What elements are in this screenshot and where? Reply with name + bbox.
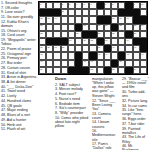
clue-item: 2. SALT subject: [55, 83, 89, 87]
black-cell: [133, 9, 140, 16]
grid-cell[interactable]: [140, 67, 147, 74]
grid-cell[interactable]: [61, 24, 68, 31]
black-cell: [97, 16, 104, 23]
cell-number: 47: [40, 60, 42, 62]
clue-item: 3. Mercer melody: [55, 87, 89, 91]
cell-number: 21: [105, 24, 107, 26]
grid-cell[interactable]: [82, 45, 89, 52]
grid-cell[interactable]: 48: [82, 60, 89, 67]
clue-continuation-text: manipulation: "When I woke up, this pill…: [92, 77, 120, 98]
grid-cell[interactable]: [46, 60, 53, 67]
grid-cell[interactable]: 22: [118, 24, 125, 31]
cell-number: 52: [91, 68, 93, 70]
clue-item: 11. Go over greedily: [1, 15, 37, 19]
clue-item: 30. Turbo add-ons: [122, 90, 149, 98]
grid-cell[interactable]: [89, 45, 96, 52]
grid-cell[interactable]: 13: [46, 16, 53, 23]
grid-cell[interactable]: 27: [97, 31, 104, 38]
cell-number: 32: [91, 39, 93, 41]
cell-number: 44: [105, 53, 107, 55]
grid-cell[interactable]: 33: [104, 38, 111, 45]
cell-number: 7: [105, 3, 106, 5]
clue-item: 31. Kind of shirt: [1, 71, 37, 75]
cell-number: 31: [83, 39, 85, 41]
grid-cell[interactable]: [140, 9, 147, 16]
grid-cell[interactable]: 11: [61, 9, 68, 16]
down-clues-col3: 29. "Boxcar ___" — 1990s novel and film3…: [122, 77, 149, 150]
cell-number: 8: [112, 3, 113, 5]
black-cell: [125, 31, 132, 38]
cell-number: 53: [112, 68, 114, 70]
cell-number: 17: [127, 17, 129, 19]
clue-item: 25. Octagonal sign: [1, 52, 37, 56]
crossword-grid: 1234567891011121314151617181920212223242…: [38, 1, 148, 75]
cell-number: 1: [40, 3, 41, 5]
grid-cell[interactable]: [104, 9, 111, 16]
cell-number: 54: [134, 68, 136, 70]
cell-number: 3: [69, 3, 70, 5]
cell-number: 16: [119, 17, 121, 19]
grid-cell[interactable]: [82, 9, 89, 16]
black-cell: [89, 31, 96, 38]
grid-cell[interactable]: [61, 16, 68, 23]
grid-cell[interactable]: [46, 31, 53, 38]
grid-cell[interactable]: [140, 31, 147, 38]
grid-cell[interactable]: [53, 2, 60, 9]
cell-number: 35: [40, 46, 42, 48]
grid-cell[interactable]: 7: [104, 2, 111, 9]
cell-number: 25: [40, 32, 42, 34]
grid-cell[interactable]: [53, 60, 60, 67]
grid-cell[interactable]: [68, 24, 75, 31]
down-clues-col2: 12. "Since ___ Been Loving You"13. Camer…: [92, 99, 120, 150]
grid-cell[interactable]: [89, 9, 96, 16]
grid-cell[interactable]: [97, 9, 104, 16]
clue-item: 7. Off-color: [1, 6, 37, 10]
black-cell: [140, 45, 147, 52]
grid-cell[interactable]: 8: [111, 2, 118, 9]
grid-cell[interactable]: 53: [111, 67, 118, 74]
grid-cell[interactable]: 10: [140, 2, 147, 9]
clue-item: 14. I-beam cousins: [92, 120, 120, 128]
clue-item: 45. QB goals: [1, 104, 37, 108]
cell-number: 11: [62, 10, 64, 12]
black-cell: [140, 38, 147, 45]
grid-cell[interactable]: 52: [89, 67, 96, 74]
grid-cell[interactable]: 15: [111, 16, 118, 23]
grid-cell[interactable]: 24: [140, 24, 147, 31]
cell-number: 36: [47, 46, 49, 48]
grid-cell[interactable]: [68, 9, 75, 16]
grid-cell[interactable]: [68, 45, 75, 52]
grid-cell[interactable]: 2: [61, 2, 68, 9]
grid-cell[interactable]: [104, 60, 111, 67]
black-cell: [68, 67, 75, 74]
black-cell: [125, 9, 132, 16]
clue-item: 8. "Willy" provider: [55, 111, 89, 115]
black-cell: [133, 16, 140, 23]
grid-cell[interactable]: [46, 52, 53, 59]
cell-number: 28: [112, 32, 114, 34]
grid-cell[interactable]: 25: [39, 31, 46, 38]
grid-cell[interactable]: 26: [75, 31, 82, 38]
grid-cell[interactable]: [111, 9, 118, 16]
cell-number: 18: [40, 24, 42, 26]
cell-number: 26: [76, 32, 78, 34]
cell-number: 20: [98, 24, 100, 26]
grid-cell[interactable]: 30: [68, 38, 75, 45]
clue-item: 36. Eggs order: [122, 117, 149, 121]
grid-cell[interactable]: [125, 45, 132, 52]
clue-item: 19. "Megapolis" writer Tobias: [1, 38, 37, 46]
down-header: Down: [55, 77, 89, 82]
grid-cell[interactable]: [68, 60, 75, 67]
clue-item: 10. Comic who joked about late-night pil…: [55, 116, 89, 128]
grid-cell[interactable]: 23: [133, 24, 140, 31]
grid-cell[interactable]: 14: [53, 16, 60, 23]
grid-cell[interactable]: [75, 16, 82, 23]
clue-item: 13. Camera count: [92, 112, 120, 120]
grid-cell[interactable]: [82, 16, 89, 23]
cell-number: 27: [98, 32, 100, 34]
clue-item: 33. Arrive in Argentina: [1, 75, 37, 79]
grid-cell[interactable]: [125, 24, 132, 31]
grid-cell[interactable]: 3: [68, 2, 75, 9]
grid-cell[interactable]: 47: [39, 60, 46, 67]
clue-item: 6. Bedside item: [55, 102, 89, 106]
cell-number: 48: [83, 60, 85, 62]
clue-item: 32. Picture lang.: [122, 99, 149, 103]
grid-cell[interactable]: [89, 16, 96, 23]
grid-cell[interactable]: [133, 52, 140, 59]
clue-item: 1. Second thoughts: [1, 1, 37, 5]
grid-cell[interactable]: 12: [39, 16, 46, 23]
clue-item: 37. T-bar rider: [122, 122, 149, 126]
grid-cell[interactable]: 40: [111, 45, 118, 52]
grid-cell[interactable]: [133, 60, 140, 67]
cell-number: 19: [83, 24, 85, 26]
grid-cell[interactable]: 37: [53, 45, 60, 52]
clue-item: 12. "Since ___ Been Loving You": [92, 99, 120, 111]
cell-number: 38: [62, 46, 64, 48]
clue-item: 42. Lively: [1, 94, 37, 98]
grid-cell[interactable]: 51: [39, 67, 46, 74]
cell-number: 50: [119, 60, 121, 62]
cell-number: 45: [127, 53, 129, 55]
grid-cell[interactable]: 38: [61, 45, 68, 52]
grid-cell[interactable]: [118, 31, 125, 38]
clue-item: 51. Flash of wit: [1, 127, 37, 131]
black-cell: [53, 38, 60, 45]
clue-item: 38. A-list dinner: [1, 80, 37, 84]
black-cell: [46, 9, 53, 16]
black-cell: [118, 9, 125, 16]
cell-number: 51: [40, 68, 42, 70]
grid-cell[interactable]: 50: [118, 60, 125, 67]
down-clue-list-3: 29. "Boxcar ___" — 1990s novel and film3…: [122, 77, 149, 150]
cell-number: 42: [40, 53, 42, 55]
grid-cell[interactable]: 42: [39, 52, 46, 59]
clue-item: 22. Poem of praise: [1, 47, 37, 51]
grid-cell[interactable]: [125, 60, 132, 67]
cell-number: 5: [83, 3, 84, 5]
black-cell: [140, 16, 147, 23]
grid-cell[interactable]: [68, 31, 75, 38]
grid-cell[interactable]: [75, 9, 82, 16]
cell-number: 29: [134, 32, 136, 34]
grid-cell[interactable]: [97, 60, 104, 67]
grid-cell[interactable]: 39: [97, 45, 104, 52]
grid-cell[interactable]: [97, 67, 104, 74]
grid-cell[interactable]: 44: [104, 52, 111, 59]
cell-number: 30: [69, 39, 71, 41]
cell-number: 2: [62, 3, 63, 5]
grid-cell[interactable]: [53, 52, 60, 59]
grid-cell[interactable]: 5: [82, 2, 89, 9]
cell-number: 15: [112, 17, 114, 19]
black-cell: [125, 67, 132, 74]
clue-item: 40. "___ Dicka-Dee": [1, 85, 37, 89]
black-cell: [39, 9, 46, 16]
grid-cell[interactable]: [104, 31, 111, 38]
grid-cell[interactable]: 21: [104, 24, 111, 31]
black-cell: [82, 31, 89, 38]
black-cell: [61, 38, 68, 45]
black-cell: [111, 60, 118, 67]
clue-item: 26. Primary port: [1, 56, 37, 60]
grid-cell[interactable]: [82, 52, 89, 59]
grid-cell[interactable]: 1: [39, 2, 46, 9]
down-clues-col1: 2. SALT subject3. Mercer melody4. Foot r…: [55, 83, 89, 128]
cell-number: 12: [40, 17, 42, 19]
cell-number: 22: [119, 24, 121, 26]
grid-cell[interactable]: [46, 67, 53, 74]
clue-item: 17. Pam's "Dallas" role: [92, 142, 120, 150]
black-cell: [75, 60, 82, 67]
clue-item: 35. Like "free-range" hens: [122, 108, 149, 116]
cell-number: 6: [91, 3, 92, 5]
clue-item: 50. Herb unit: [1, 123, 37, 127]
grid-cell[interactable]: [61, 31, 68, 38]
cell-number: 49: [91, 60, 93, 62]
grid-cell[interactable]: [61, 52, 68, 59]
grid-cell[interactable]: [118, 2, 125, 9]
cell-number: 23: [134, 24, 136, 26]
grid-cell[interactable]: [89, 24, 96, 31]
clue-item: 44. Hundred clams: [1, 99, 37, 103]
clue-item: 43. The Life of Riley: [122, 135, 149, 143]
clue-item: 47. Major ending: [1, 108, 37, 112]
across-clue-list: 1. Second thoughts7. Off-color9. Love se…: [1, 1, 37, 132]
cell-number: 24: [141, 24, 143, 26]
clue-item: 27. Bar order: [1, 61, 37, 65]
grid-cell[interactable]: 19: [82, 24, 89, 31]
cell-number: 33: [105, 39, 107, 41]
black-cell: [75, 24, 82, 31]
grid-cell[interactable]: 6: [89, 2, 96, 9]
grid-cell[interactable]: [111, 38, 118, 45]
cell-number: 10: [141, 3, 143, 5]
cell-number: 41: [134, 46, 136, 48]
grid-cell[interactable]: [140, 60, 147, 67]
grid-cell[interactable]: 20: [97, 24, 104, 31]
grid-cell[interactable]: 31: [82, 38, 89, 45]
black-cell: [97, 2, 104, 9]
cell-number: 34: [127, 39, 129, 41]
grid-cell[interactable]: [68, 52, 75, 59]
grid-cell[interactable]: 34: [125, 38, 132, 45]
grid-cell[interactable]: [53, 67, 60, 74]
clue-item: 49. Aid a hunter: [1, 118, 37, 122]
black-cell: [75, 67, 82, 74]
grid-cell[interactable]: 45: [125, 52, 132, 59]
black-cell: [104, 45, 111, 52]
clue-item: 46. Mt. Rushmore region: [122, 144, 149, 150]
grid-cell[interactable]: [46, 24, 53, 31]
clue-item: 4. Foot race?: [55, 92, 89, 96]
grid-cell[interactable]: 35: [39, 45, 46, 52]
grid-cell[interactable]: [118, 45, 125, 52]
clue-item: 16. Mediterranean isle: [92, 129, 120, 141]
black-cell: [104, 67, 111, 74]
grid-cell[interactable]: 28: [111, 31, 118, 38]
clue-item: 15. Ohtani's org.: [1, 29, 37, 33]
clue-item: 41. Towel word: [1, 89, 37, 93]
cell-number: 37: [55, 46, 57, 48]
cell-number: 9: [134, 3, 135, 5]
grid-cell[interactable]: 43: [97, 52, 104, 59]
black-cell: [104, 16, 111, 23]
down-clue-list-2: manipulation: "When I woke up, this pill…: [92, 77, 120, 150]
clue-item: 48. Blues of a sort: [1, 113, 37, 117]
grid-cell[interactable]: [118, 67, 125, 74]
grid-cell[interactable]: [53, 31, 60, 38]
grid-cell[interactable]: 32: [89, 38, 96, 45]
grid-cell[interactable]: [75, 45, 82, 52]
grid-cell[interactable]: [75, 38, 82, 45]
grid-cell[interactable]: 29: [133, 31, 140, 38]
grid-cell[interactable]: 16: [118, 16, 125, 23]
grid-cell[interactable]: [61, 60, 68, 67]
grid-cell[interactable]: [68, 16, 75, 23]
cell-number: 4: [76, 3, 77, 5]
grid-cell[interactable]: 36: [46, 45, 53, 52]
clue-item: 39. Painted metallics: [122, 127, 149, 135]
grid-cell[interactable]: [46, 2, 53, 9]
clue-item: 28. Curtain cousin: [1, 66, 37, 70]
cell-number: 39: [98, 46, 100, 48]
cell-number: 14: [55, 17, 57, 19]
clue-item: 7. Six's counterpart: [55, 106, 89, 110]
cell-number: 40: [112, 46, 114, 48]
black-cell: [97, 38, 104, 45]
black-cell: [53, 9, 60, 16]
down-clue-list-1: Down 2. SALT subject3. Mercer melody4. F…: [55, 77, 89, 129]
grid-cell[interactable]: [118, 38, 125, 45]
clue-item: 9. Love seats?: [1, 10, 37, 14]
black-cell: [89, 52, 96, 59]
grid-cell[interactable]: [111, 52, 118, 59]
cell-number: 13: [47, 17, 49, 19]
black-cell: [75, 52, 82, 59]
grid-cell[interactable]: 4: [75, 2, 82, 9]
clue-item: 12. Kublai Khan's domain: [1, 20, 37, 28]
grid-cell[interactable]: [61, 67, 68, 74]
black-cell: [125, 2, 132, 9]
grid-cell[interactable]: [39, 38, 46, 45]
cell-number: 46: [141, 53, 143, 55]
grid-cell[interactable]: 17: [125, 16, 132, 23]
grid-cell[interactable]: 46: [140, 52, 147, 59]
grid-cell[interactable]: 41: [133, 45, 140, 52]
clue-item: 34. In-car cams: [122, 104, 149, 108]
grid-cell[interactable]: [53, 24, 60, 31]
black-cell: [82, 67, 89, 74]
clue-item: 29. "Boxcar ___" — 1990s novel and film: [122, 77, 149, 89]
clue-item: 5. Nurse's need: [55, 97, 89, 101]
grid-cell[interactable]: 54: [133, 67, 140, 74]
grid-cell[interactable]: 49: [89, 60, 96, 67]
black-cell: [46, 38, 53, 45]
black-cell: [118, 52, 125, 59]
clue-item: 18. Card count: [1, 33, 37, 37]
grid-cell[interactable]: 9: [133, 2, 140, 9]
cell-number: 43: [98, 53, 100, 55]
grid-cell[interactable]: 18: [39, 24, 46, 31]
black-cell: [111, 24, 118, 31]
black-cell: [133, 38, 140, 45]
